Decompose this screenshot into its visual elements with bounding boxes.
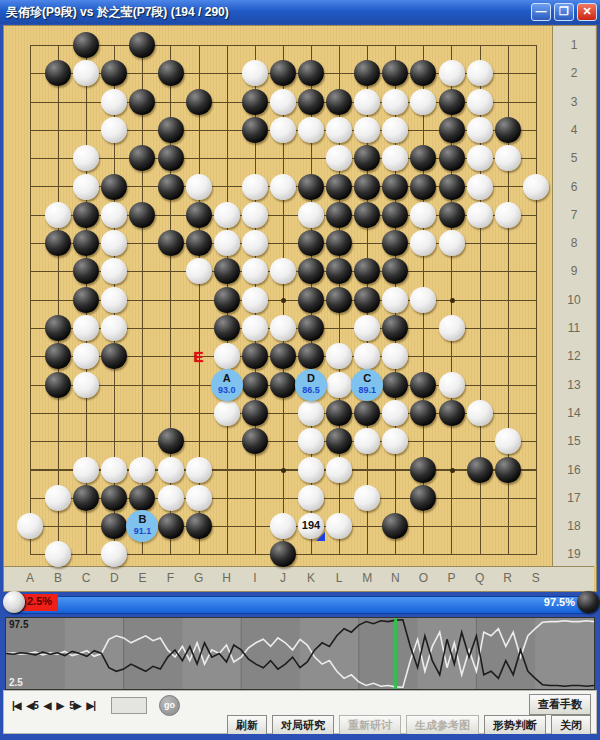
white-stone	[270, 89, 296, 115]
column-letter-label: B	[54, 571, 62, 585]
next-move-marker-icon	[316, 532, 325, 541]
action-button-生成参考图: 生成参考图	[406, 715, 479, 736]
black-stone	[439, 89, 465, 115]
graph-max-label: 97.5	[9, 619, 28, 630]
black-stone	[410, 457, 436, 483]
row-number-label: 16	[567, 463, 580, 477]
black-stone	[101, 174, 127, 200]
white-stone	[73, 372, 99, 398]
row-number-label: 7	[571, 208, 578, 222]
white-stone	[101, 541, 127, 567]
go-board[interactable]: 1A2B3C4D5E6F7G8H9I10J11K12L13M14N15O16P1…	[0, 0, 600, 592]
white-stone	[298, 485, 324, 511]
column-letter-label: E	[138, 571, 146, 585]
black-stone	[298, 174, 324, 200]
black-stone	[298, 230, 324, 256]
white-stone	[242, 258, 268, 284]
black-stone	[354, 174, 380, 200]
white-stone	[382, 89, 408, 115]
column-letter-label: N	[391, 571, 400, 585]
black-stone	[45, 372, 71, 398]
black-stone	[158, 174, 184, 200]
black-stone	[439, 145, 465, 171]
action-button-对局研究[interactable]: 对局研究	[272, 715, 334, 736]
white-stone	[242, 174, 268, 200]
control-panel: |◀ ◀5 ◀ ▶ 5▶ ▶| go 查看手数 刷新对局研究重新研讨生成参考图形…	[3, 690, 597, 734]
white-stone	[354, 117, 380, 143]
candidate-move-label-C[interactable]: C89.1	[351, 369, 383, 401]
black-stone	[186, 513, 212, 539]
white-stone	[242, 60, 268, 86]
black-stone	[158, 145, 184, 171]
row-number-label: 19	[567, 547, 580, 561]
row-number-label: 18	[567, 519, 580, 533]
action-button-重新研讨: 重新研讨	[339, 715, 401, 736]
row-number-label: 15	[567, 434, 580, 448]
row-number-label: 9	[571, 264, 578, 278]
black-stone	[158, 513, 184, 539]
black-stone	[73, 287, 99, 313]
black-stone	[158, 117, 184, 143]
white-stone	[410, 202, 436, 228]
star-point	[281, 468, 286, 473]
black-stone	[242, 89, 268, 115]
black-stone	[439, 400, 465, 426]
white-stone	[101, 202, 127, 228]
white-stone	[467, 60, 493, 86]
black-stone	[410, 174, 436, 200]
black-stone	[270, 372, 296, 398]
white-stone	[186, 174, 212, 200]
row-number-label: 2	[571, 66, 578, 80]
row-number-label: 8	[571, 236, 578, 250]
white-stone	[326, 513, 352, 539]
black-stone	[298, 287, 324, 313]
column-letter-label: Q	[475, 571, 484, 585]
black-stone	[354, 287, 380, 313]
white-stone	[326, 372, 352, 398]
row-number-label: 5	[571, 151, 578, 165]
white-stone	[382, 400, 408, 426]
white-stone	[73, 457, 99, 483]
column-letter-label: I	[253, 571, 256, 585]
white-stone	[242, 230, 268, 256]
black-stone	[129, 485, 155, 511]
white-stone	[495, 145, 521, 171]
candidate-move-label-A[interactable]: A93.0	[211, 369, 243, 401]
white-stone	[242, 315, 268, 341]
white-stone	[129, 457, 155, 483]
column-letter-label: A	[26, 571, 34, 585]
white-stone	[242, 287, 268, 313]
black-stone	[214, 258, 240, 284]
black-stone	[298, 315, 324, 341]
black-stone	[298, 89, 324, 115]
white-stone	[298, 202, 324, 228]
white-stone	[186, 457, 212, 483]
black-stone	[439, 174, 465, 200]
black-stone	[270, 343, 296, 369]
black-stone	[270, 60, 296, 86]
winrate-bar-black-fill	[17, 596, 585, 614]
action-button-形势判断[interactable]: 形势判断	[484, 715, 546, 736]
row-number-label: 6	[571, 180, 578, 194]
white-stone	[101, 457, 127, 483]
column-letter-label: K	[307, 571, 315, 585]
graph-min-label: 2.5	[9, 677, 23, 688]
star-point	[281, 298, 286, 303]
white-stone	[101, 89, 127, 115]
nav-forward-icon[interactable]: ▶	[56, 700, 63, 711]
white-stone	[523, 174, 549, 200]
white-stone	[214, 343, 240, 369]
white-stone	[467, 400, 493, 426]
black-stone	[73, 485, 99, 511]
black-stone	[354, 400, 380, 426]
black-stone	[158, 60, 184, 86]
column-letter-label: G	[194, 571, 203, 585]
white-stone	[45, 485, 71, 511]
white-stone	[495, 202, 521, 228]
white-stone	[467, 117, 493, 143]
black-stone	[101, 485, 127, 511]
white-stone	[270, 315, 296, 341]
white-stone	[439, 230, 465, 256]
candidate-move-label-B[interactable]: B91.1	[126, 510, 158, 542]
black-stone	[45, 230, 71, 256]
window-bottom-frame	[0, 734, 600, 740]
black-stone	[326, 174, 352, 200]
nav-back5-icon[interactable]: ◀5	[27, 700, 38, 711]
black-stone	[354, 202, 380, 228]
nav-last-icon[interactable]: ▶|	[86, 700, 95, 711]
black-stone	[410, 485, 436, 511]
row-number-label: 3	[571, 95, 578, 109]
white-stone	[101, 117, 127, 143]
black-stone	[495, 457, 521, 483]
column-letter-label: L	[336, 571, 343, 585]
row-number-label: 13	[567, 378, 580, 392]
nav-back-icon[interactable]: ◀	[44, 700, 51, 711]
winrate-bar: 2.5% 97.5%	[3, 594, 597, 615]
white-stone	[439, 315, 465, 341]
black-stone	[382, 174, 408, 200]
black-stone	[129, 89, 155, 115]
nav-first-icon[interactable]: |◀	[12, 700, 21, 711]
column-letter-label: H	[222, 571, 231, 585]
white-stone	[354, 485, 380, 511]
action-button-关闭[interactable]: 关闭	[551, 715, 591, 736]
white-stone	[73, 315, 99, 341]
column-letter-label: S	[532, 571, 540, 585]
black-stone	[158, 428, 184, 454]
white-stone	[326, 117, 352, 143]
black-stone	[242, 117, 268, 143]
white-stone	[73, 174, 99, 200]
black-stone	[214, 287, 240, 313]
column-letter-label: F	[167, 571, 174, 585]
white-stone	[242, 202, 268, 228]
black-stone-icon	[577, 591, 599, 613]
go-button[interactable]: go	[159, 695, 180, 716]
white-stone	[186, 485, 212, 511]
black-stone	[242, 428, 268, 454]
white-stone	[214, 202, 240, 228]
candidate-move-label-E-red[interactable]: E	[194, 348, 204, 365]
white-stone	[382, 117, 408, 143]
black-stone	[382, 202, 408, 228]
white-stone	[382, 287, 408, 313]
row-number-label: 17	[567, 491, 580, 505]
white-stone	[17, 513, 43, 539]
white-stone	[467, 145, 493, 171]
white-stone	[270, 513, 296, 539]
row-number-label: 12	[567, 349, 580, 363]
white-stone	[101, 287, 127, 313]
black-stone	[439, 202, 465, 228]
black-stone	[326, 89, 352, 115]
white-stone	[298, 400, 324, 426]
last-move-number: 194	[298, 519, 324, 531]
white-stone	[45, 202, 71, 228]
black-stone	[73, 32, 99, 58]
white-stone	[467, 202, 493, 228]
white-stone-icon	[3, 591, 25, 613]
column-letter-label: P	[447, 571, 455, 585]
white-stone	[439, 60, 465, 86]
star-point	[450, 468, 455, 473]
black-stone	[129, 202, 155, 228]
black-winrate-value: 97.5%	[544, 596, 575, 608]
black-stone	[495, 117, 521, 143]
column-letter-label: R	[503, 571, 512, 585]
white-stone	[495, 428, 521, 454]
row-number-label: 11	[568, 321, 580, 335]
white-stone	[298, 457, 324, 483]
black-stone	[270, 541, 296, 567]
white-stone	[354, 315, 380, 341]
candidate-move-label-D[interactable]: D86.5	[295, 369, 327, 401]
black-stone	[439, 117, 465, 143]
black-stone	[467, 457, 493, 483]
black-stone	[186, 230, 212, 256]
black-stone	[186, 202, 212, 228]
move-number-input[interactable]	[111, 697, 147, 714]
white-stone	[45, 541, 71, 567]
white-stone	[467, 174, 493, 200]
black-stone	[158, 230, 184, 256]
navigation-row: |◀ ◀5 ◀ ▶ 5▶ ▶| go	[12, 697, 180, 713]
column-letter-label: J	[280, 571, 286, 585]
white-stone	[214, 230, 240, 256]
black-stone	[326, 230, 352, 256]
black-stone	[186, 89, 212, 115]
black-stone	[326, 400, 352, 426]
black-stone	[214, 315, 240, 341]
black-stone	[242, 372, 268, 398]
black-stone	[242, 400, 268, 426]
action-button-row: 刷新对局研究重新研讨生成参考图形势判断关闭	[227, 715, 591, 736]
black-stone	[326, 287, 352, 313]
black-stone	[410, 372, 436, 398]
white-stone	[214, 400, 240, 426]
white-stone	[439, 372, 465, 398]
white-stone	[270, 117, 296, 143]
white-stone	[410, 89, 436, 115]
white-stone	[467, 89, 493, 115]
row-number-label: 1	[571, 38, 578, 52]
black-stone	[45, 315, 71, 341]
column-letter-label: O	[419, 571, 428, 585]
column-letter-label: C	[82, 571, 91, 585]
row-number-label: 14	[567, 406, 580, 420]
black-stone	[242, 343, 268, 369]
star-point	[450, 298, 455, 303]
winrate-graph[interactable]: 97.5 2.5	[5, 617, 595, 690]
black-stone	[326, 202, 352, 228]
column-letter-label: D	[110, 571, 119, 585]
white-stone	[158, 485, 184, 511]
black-stone	[382, 372, 408, 398]
action-button-刷新[interactable]: 刷新	[227, 715, 267, 736]
row-number-label: 4	[571, 123, 578, 137]
nav-forward5-icon[interactable]: 5▶	[69, 700, 80, 711]
white-stone	[354, 89, 380, 115]
column-letter-label: M	[362, 571, 372, 585]
white-stone	[298, 428, 324, 454]
app-window: 吴侑珍(P9段) vs 於之莹(P7段) (194 / 290) — ❐ ✕ 1…	[0, 0, 600, 740]
view-moves-button[interactable]: 查看手数	[529, 694, 591, 715]
white-stone	[410, 287, 436, 313]
white-stone	[326, 457, 352, 483]
white-stone	[270, 174, 296, 200]
row-number-label: 10	[567, 293, 580, 307]
white-stone	[186, 258, 212, 284]
white-stone	[298, 117, 324, 143]
black-stone	[73, 202, 99, 228]
white-stone	[158, 457, 184, 483]
